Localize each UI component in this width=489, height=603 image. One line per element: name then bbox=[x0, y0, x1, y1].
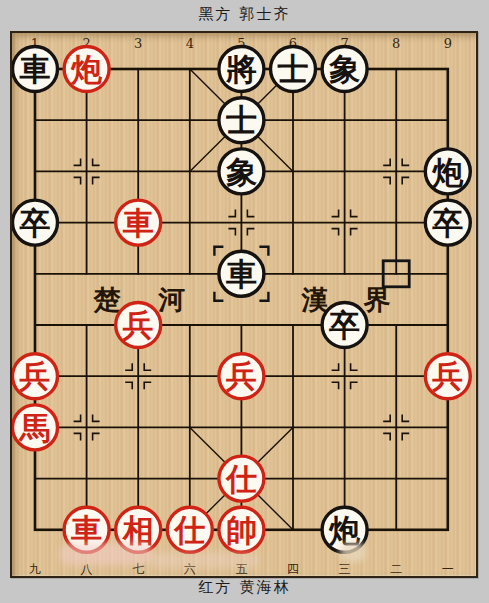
board-grid: 123456789九八七六五四三二一楚河漢界車炮將士象士象炮卒車卒車兵卒兵兵兵馬… bbox=[12, 33, 476, 576]
piece-black-士[interactable]: 士 bbox=[219, 98, 264, 143]
piece-red-兵[interactable]: 兵 bbox=[13, 354, 58, 399]
river-label-left: 河 bbox=[158, 284, 186, 315]
red-player-label: 红方 黄海林 bbox=[0, 578, 489, 597]
piece-black-將[interactable]: 將 bbox=[219, 47, 264, 92]
svg-text:象: 象 bbox=[328, 51, 360, 87]
col-label-top: 8 bbox=[392, 36, 400, 51]
svg-text:卒: 卒 bbox=[431, 205, 463, 241]
piece-red-車[interactable]: 車 bbox=[116, 200, 161, 245]
col-label-bottom: 五 bbox=[235, 562, 247, 576]
svg-text:卒: 卒 bbox=[19, 205, 51, 241]
river-label-left: 楚 bbox=[93, 284, 122, 315]
svg-text:將: 將 bbox=[225, 51, 257, 87]
piece-red-車[interactable]: 車 bbox=[64, 507, 109, 552]
svg-text:馬: 馬 bbox=[18, 410, 51, 446]
svg-text:炮: 炮 bbox=[431, 154, 464, 190]
black-player-label: 黑方 郭士齐 bbox=[0, 5, 489, 24]
svg-text:帥: 帥 bbox=[226, 512, 257, 548]
col-label-top: 9 bbox=[444, 36, 452, 51]
piece-black-車[interactable]: 車 bbox=[13, 47, 58, 92]
svg-text:象: 象 bbox=[225, 154, 257, 190]
piece-red-兵[interactable]: 兵 bbox=[219, 354, 264, 399]
xiangqi-app: 黑方 郭士齐 123456789九八七六五四三二一楚河漢界車炮將士象士象炮卒車卒… bbox=[0, 0, 489, 603]
piece-red-兵[interactable]: 兵 bbox=[425, 354, 470, 399]
svg-text:車: 車 bbox=[122, 205, 154, 241]
piece-black-象[interactable]: 象 bbox=[219, 149, 264, 194]
piece-red-相[interactable]: 相 bbox=[116, 507, 161, 552]
svg-text:兵: 兵 bbox=[431, 358, 463, 394]
svg-text:士: 士 bbox=[277, 51, 309, 87]
piece-black-象[interactable]: 象 bbox=[322, 47, 367, 92]
svg-text:相: 相 bbox=[122, 512, 154, 548]
piece-black-炮[interactable]: 炮 bbox=[322, 507, 367, 552]
piece-red-仕[interactable]: 仕 bbox=[167, 507, 212, 552]
svg-text:士: 士 bbox=[225, 102, 257, 138]
col-label-bottom: 九 bbox=[29, 562, 41, 576]
piece-black-炮[interactable]: 炮 bbox=[425, 149, 470, 194]
piece-black-卒[interactable]: 卒 bbox=[322, 303, 367, 348]
piece-black-士[interactable]: 士 bbox=[271, 47, 316, 92]
svg-text:兵: 兵 bbox=[122, 307, 154, 343]
col-label-bottom: 八 bbox=[81, 562, 93, 576]
svg-text:兵: 兵 bbox=[19, 358, 51, 394]
piece-black-卒[interactable]: 卒 bbox=[425, 200, 470, 245]
svg-text:車: 車 bbox=[70, 512, 102, 548]
col-label-bottom: 六 bbox=[184, 562, 196, 576]
svg-text:炮: 炮 bbox=[70, 51, 103, 87]
piece-black-卒[interactable]: 卒 bbox=[13, 200, 58, 245]
col-label-bottom: 二 bbox=[390, 562, 402, 576]
piece-red-帥[interactable]: 帥 bbox=[219, 507, 264, 552]
svg-text:兵: 兵 bbox=[225, 358, 257, 394]
svg-text:炮: 炮 bbox=[328, 512, 361, 548]
piece-red-仕[interactable]: 仕 bbox=[219, 456, 264, 501]
piece-red-炮[interactable]: 炮 bbox=[64, 47, 109, 92]
svg-text:車: 車 bbox=[225, 256, 257, 292]
river-label-right: 漢 bbox=[301, 284, 329, 315]
piece-red-兵[interactable]: 兵 bbox=[116, 303, 161, 348]
col-label-bottom: 一 bbox=[442, 562, 454, 576]
piece-black-車[interactable]: 車 bbox=[219, 251, 264, 296]
col-label-top: 3 bbox=[134, 36, 142, 51]
svg-text:仕: 仕 bbox=[225, 461, 257, 497]
piece-red-馬[interactable]: 馬 bbox=[13, 405, 58, 450]
col-label-top: 4 bbox=[186, 36, 194, 51]
svg-text:車: 車 bbox=[19, 51, 51, 87]
col-label-bottom: 七 bbox=[132, 562, 144, 576]
xiangqi-board: 123456789九八七六五四三二一楚河漢界車炮將士象士象炮卒車卒車兵卒兵兵兵馬… bbox=[10, 31, 478, 578]
col-label-bottom: 三 bbox=[339, 562, 351, 576]
river-label-right: 界 bbox=[363, 284, 391, 315]
svg-text:卒: 卒 bbox=[328, 307, 360, 343]
svg-text:仕: 仕 bbox=[173, 512, 205, 548]
col-label-bottom: 四 bbox=[287, 562, 299, 576]
